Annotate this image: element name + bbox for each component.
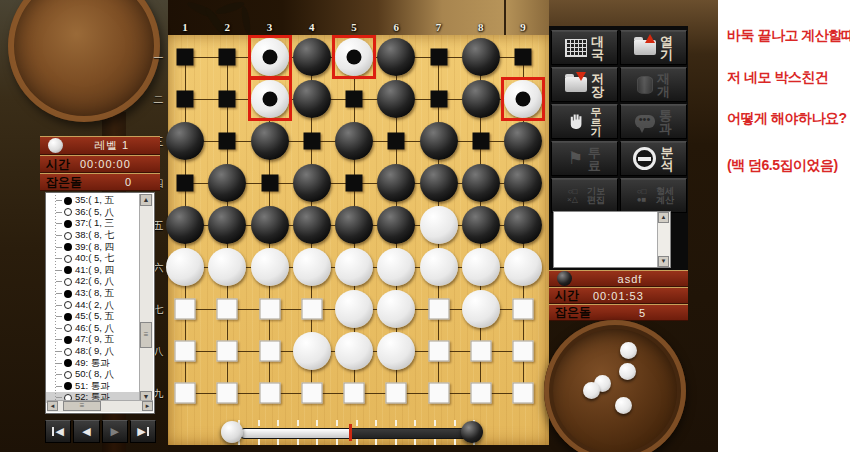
move-text: 51: 통과 bbox=[75, 381, 110, 393]
black-stone[interactable] bbox=[251, 122, 289, 160]
white-player-banner: 레벨 1 bbox=[40, 136, 160, 155]
move-text: 48:( 9, 八 bbox=[75, 346, 114, 358]
chat-scrollbar[interactable]: ▲ ▼ bbox=[657, 212, 670, 267]
last-move-button[interactable]: ▶ bbox=[130, 420, 156, 443]
black-stone[interactable] bbox=[166, 122, 204, 160]
annotation-line-2: 저 네모 박스친건 bbox=[727, 69, 828, 87]
white-territory-marker[interactable] bbox=[259, 383, 280, 404]
black-stone[interactable] bbox=[462, 80, 500, 118]
move-list-item[interactable]: 43:( 8, 五 bbox=[46, 288, 141, 300]
white-territory-marker[interactable] bbox=[259, 299, 280, 320]
black-move-stone-icon bbox=[64, 266, 72, 274]
white-move-stone-icon bbox=[64, 255, 72, 263]
red-annotation-box bbox=[501, 77, 545, 121]
move-text: 38:( 8, 七 bbox=[75, 230, 114, 242]
move-text: 41:( 9, 四 bbox=[75, 265, 114, 277]
captured-white-stone bbox=[620, 342, 637, 359]
black-territory-marker[interactable] bbox=[430, 91, 447, 108]
black-time-value: 00:01:53 bbox=[593, 290, 644, 302]
game-button[interactable]: 대국 bbox=[551, 30, 618, 65]
white-move-stone-icon bbox=[64, 324, 72, 332]
move-text: 49: 통과 bbox=[75, 357, 110, 369]
button-label: 통과 bbox=[659, 109, 673, 135]
white-territory-marker[interactable] bbox=[513, 299, 534, 320]
move-list-item[interactable]: 36:( 5, 八 bbox=[46, 207, 141, 219]
button-label: 열기 bbox=[660, 35, 674, 61]
black-territory-marker[interactable] bbox=[346, 91, 363, 108]
white-stone[interactable] bbox=[420, 206, 458, 244]
white-territory-marker[interactable] bbox=[428, 299, 449, 320]
move-text: 46:( 5, 八 bbox=[75, 323, 114, 335]
black-territory-marker[interactable] bbox=[472, 133, 489, 150]
white-stone[interactable] bbox=[166, 248, 204, 286]
captured-white-stone bbox=[583, 382, 600, 399]
move-list-item[interactable]: 42:( 6, 八 bbox=[46, 276, 141, 288]
move-list[interactable]: 35:( 1, 五36:( 5, 八37:( 1, 三38:( 8, 七39:(… bbox=[46, 195, 141, 403]
white-move-stone-icon bbox=[64, 208, 72, 216]
tree-dash bbox=[56, 305, 62, 306]
column-label: 2 bbox=[225, 21, 231, 33]
column-label: 7 bbox=[436, 21, 442, 33]
black-player-name: asdf bbox=[618, 273, 643, 285]
button-label: 무르기 bbox=[590, 107, 602, 137]
scroll-left-icon[interactable]: ◄ bbox=[47, 401, 58, 411]
folder-save-icon bbox=[565, 77, 587, 92]
white-move-stone-icon bbox=[64, 278, 72, 286]
white-time-value: 00:00:00 bbox=[80, 158, 131, 170]
tree-dash bbox=[56, 200, 62, 201]
move-list-item[interactable]: 38:( 8, 七 bbox=[46, 230, 141, 242]
white-territory-marker[interactable] bbox=[217, 383, 238, 404]
move-list-item[interactable]: 50:( 8, 八 bbox=[46, 369, 141, 381]
move-list-item[interactable]: 45:( 5, 五 bbox=[46, 311, 141, 323]
white-stone[interactable] bbox=[335, 290, 373, 328]
black-stone[interactable] bbox=[208, 164, 246, 202]
tree-dash bbox=[56, 212, 62, 213]
tree-dash bbox=[56, 247, 62, 248]
black-territory-marker[interactable] bbox=[219, 133, 236, 150]
red-annotation-box bbox=[248, 77, 292, 121]
tree-dash bbox=[56, 397, 62, 398]
black-stone[interactable] bbox=[462, 206, 500, 244]
button-label: 대국 bbox=[591, 35, 605, 61]
black-stone[interactable] bbox=[293, 206, 331, 244]
black-territory-marker[interactable] bbox=[261, 175, 278, 192]
black-territory-marker[interactable] bbox=[346, 175, 363, 192]
black-move-stone-icon bbox=[64, 220, 72, 228]
black-stone[interactable] bbox=[377, 80, 415, 118]
move-list-item[interactable]: 49: 통과 bbox=[46, 357, 141, 369]
tree-dash bbox=[56, 374, 62, 375]
tree-dash bbox=[56, 386, 62, 387]
move-text: 39:( 8, 四 bbox=[75, 241, 114, 253]
tree-dash bbox=[56, 328, 62, 329]
white-territory-marker[interactable] bbox=[513, 341, 534, 362]
black-stone[interactable] bbox=[377, 164, 415, 202]
white-territory-marker[interactable] bbox=[301, 383, 322, 404]
move-text: 42:( 6, 八 bbox=[75, 276, 114, 288]
black-stone[interactable] bbox=[504, 164, 542, 202]
white-stone[interactable] bbox=[293, 248, 331, 286]
red-annotation-box bbox=[248, 35, 292, 79]
resume-button: 재개 bbox=[620, 67, 687, 102]
black-captures-row: 잡은돌 5 bbox=[549, 304, 688, 321]
black-move-stone-icon bbox=[64, 359, 72, 367]
black-player-banner: asdf bbox=[549, 270, 688, 287]
open-button[interactable]: 열기 bbox=[620, 30, 687, 65]
button-label: 투료 bbox=[587, 146, 601, 172]
tree-dash bbox=[56, 270, 62, 271]
move-slider-position-marker bbox=[349, 424, 352, 441]
slider-ticks-top bbox=[238, 420, 475, 426]
move-list-item[interactable]: 37:( 1, 三 bbox=[46, 218, 141, 230]
hand-icon bbox=[567, 112, 586, 131]
move-list-horizontal-scrollbar[interactable]: ◄ ≡ ► bbox=[47, 400, 153, 412]
move-slider-white-segment bbox=[241, 429, 350, 438]
black-territory-marker[interactable] bbox=[219, 91, 236, 108]
black-stone[interactable] bbox=[335, 206, 373, 244]
white-territory-marker[interactable] bbox=[259, 341, 280, 362]
move-list-box: 35:( 1, 五36:( 5, 八37:( 1, 三38:( 8, 七39:(… bbox=[45, 192, 155, 414]
white-stone[interactable] bbox=[335, 332, 373, 370]
black-move-stone-icon bbox=[64, 336, 72, 344]
next-move-button: ▶ bbox=[102, 420, 128, 443]
tree-dash bbox=[56, 363, 62, 364]
action-buttons: 대국열기저장재개무르기•••통과⚑투료분석○□×△기보편집○□●■형세계산 bbox=[551, 30, 687, 215]
black-stone[interactable] bbox=[377, 206, 415, 244]
tree-dash bbox=[56, 339, 62, 340]
white-stone[interactable] bbox=[335, 248, 373, 286]
white-move-stone-icon bbox=[64, 348, 72, 356]
white-territory-marker[interactable] bbox=[175, 383, 196, 404]
cylinder-icon bbox=[637, 76, 653, 94]
white-territory-marker[interactable] bbox=[301, 299, 322, 320]
white-stone[interactable] bbox=[251, 248, 289, 286]
circle-minus-icon bbox=[633, 147, 656, 170]
black-stone[interactable] bbox=[420, 164, 458, 202]
move-text: 36:( 5, 八 bbox=[75, 207, 114, 219]
move-list-item[interactable]: 51: 통과 bbox=[46, 381, 141, 393]
column-label: 3 bbox=[267, 21, 273, 33]
white-captures-label: 잡은돌 bbox=[40, 174, 82, 191]
black-stone[interactable] bbox=[293, 164, 331, 202]
column-label: 6 bbox=[394, 21, 400, 33]
button-label: 재개 bbox=[657, 72, 671, 98]
move-list-item[interactable]: 41:( 9, 四 bbox=[46, 265, 141, 277]
row-label: 一 bbox=[150, 51, 167, 65]
button-label: 기보편집 bbox=[586, 187, 606, 205]
white-territory-marker[interactable] bbox=[217, 341, 238, 362]
scroll-up-icon[interactable]: ▲ bbox=[140, 194, 152, 206]
prev-move-button[interactable]: ◀ bbox=[73, 420, 99, 443]
scrollbar-thumb-horizontal[interactable]: ≡ bbox=[63, 401, 101, 411]
annotation-line-4: (백 덤6.5집이었음) bbox=[727, 157, 838, 175]
move-text: 37:( 1, 三 bbox=[75, 218, 114, 230]
tree-dash bbox=[56, 281, 62, 282]
black-territory-marker[interactable] bbox=[515, 49, 532, 66]
black-time-label: 시간 bbox=[549, 287, 579, 304]
save-button[interactable]: 저장 bbox=[551, 67, 618, 102]
undo-button[interactable]: 무르기 bbox=[551, 104, 618, 139]
black-stone[interactable] bbox=[420, 122, 458, 160]
black-territory-marker[interactable] bbox=[430, 49, 447, 66]
move-text: 43:( 8, 五 bbox=[75, 288, 114, 300]
column-label: 4 bbox=[309, 21, 315, 33]
black-stone[interactable] bbox=[293, 38, 331, 76]
white-territory-marker[interactable] bbox=[470, 341, 491, 362]
scroll-right-icon[interactable]: ► bbox=[142, 401, 153, 411]
move-list-item[interactable]: 39:( 8, 四 bbox=[46, 241, 141, 253]
white-stone[interactable] bbox=[462, 248, 500, 286]
black-move-stone-icon bbox=[64, 313, 72, 321]
white-player-label: 레벨 1 bbox=[94, 138, 129, 153]
go-board-grid[interactable] bbox=[168, 35, 549, 445]
white-stone[interactable] bbox=[504, 248, 542, 286]
white-stone[interactable] bbox=[420, 248, 458, 286]
go-client-window: 123456789 一二三四五六七八九 레벨 1 시간 00:00:00 잡은돌… bbox=[0, 0, 850, 452]
red-annotation-box bbox=[332, 35, 376, 79]
white-move-stone-icon bbox=[64, 301, 72, 309]
white-territory-marker[interactable] bbox=[386, 383, 407, 404]
chat-box[interactable]: ▲ ▼ bbox=[553, 211, 671, 268]
black-stone[interactable] bbox=[462, 38, 500, 76]
analysis-button[interactable]: 분석 bbox=[620, 141, 687, 176]
move-list-item[interactable]: 35:( 1, 五 bbox=[46, 195, 141, 207]
move-text: 40:( 5, 七 bbox=[75, 253, 114, 265]
captured-white-stone bbox=[619, 363, 636, 380]
tree-dash bbox=[56, 316, 62, 317]
white-territory-marker[interactable] bbox=[428, 341, 449, 362]
flag-icon: ⚑ bbox=[568, 150, 583, 167]
column-label: 1 bbox=[182, 21, 188, 33]
move-list-item[interactable]: 48:( 9, 八 bbox=[46, 346, 141, 358]
white-stone[interactable] bbox=[208, 248, 246, 286]
tree-dash bbox=[56, 223, 62, 224]
move-list-item[interactable]: 46:( 5, 八 bbox=[46, 323, 141, 335]
black-territory-marker[interactable] bbox=[303, 133, 320, 150]
slider-black-stone-handle[interactable] bbox=[461, 421, 483, 443]
black-territory-marker[interactable] bbox=[177, 175, 194, 192]
board-grid-icon bbox=[565, 39, 587, 57]
row-label: 二 bbox=[150, 93, 167, 107]
tree-dash bbox=[56, 351, 62, 352]
black-player-capture-bowl bbox=[544, 320, 686, 452]
white-stone[interactable] bbox=[293, 332, 331, 370]
scrollbar-thumb[interactable]: ≡ bbox=[140, 322, 152, 348]
black-move-stone-icon bbox=[64, 197, 72, 205]
black-stone[interactable] bbox=[251, 206, 289, 244]
white-stone[interactable] bbox=[462, 290, 500, 328]
black-stone[interactable] bbox=[377, 38, 415, 76]
shapes-calc-icon: ○□●■ bbox=[632, 188, 651, 204]
pass-button: •••통과 bbox=[620, 104, 687, 139]
white-move-stone-icon bbox=[64, 371, 72, 379]
black-captures-label: 잡은돌 bbox=[549, 304, 591, 321]
slider-ticks-bottom bbox=[238, 439, 475, 445]
first-move-button[interactable]: ◀ bbox=[45, 420, 71, 443]
white-stone[interactable] bbox=[377, 290, 415, 328]
move-list-item[interactable]: 40:( 5, 七 bbox=[46, 253, 141, 265]
black-stone[interactable] bbox=[462, 164, 500, 202]
white-captures-row: 잡은돌 0 bbox=[40, 173, 160, 191]
move-text: 35:( 1, 五 bbox=[75, 195, 114, 207]
button-label: 분석 bbox=[660, 146, 674, 172]
annotation-line-3: 어떻게 해야하나요? bbox=[727, 110, 846, 128]
column-label: 8 bbox=[478, 21, 484, 33]
white-territory-marker[interactable] bbox=[175, 341, 196, 362]
column-label: 9 bbox=[520, 21, 526, 33]
white-territory-marker[interactable] bbox=[470, 383, 491, 404]
white-stone-icon bbox=[48, 138, 63, 153]
black-stone[interactable] bbox=[293, 80, 331, 118]
estimate-button: ○□●■형세계산 bbox=[620, 178, 687, 213]
speech-bubble-icon: ••• bbox=[635, 115, 655, 128]
black-move-stone-icon bbox=[64, 243, 72, 251]
black-stone[interactable] bbox=[504, 122, 542, 160]
white-territory-marker[interactable] bbox=[175, 299, 196, 320]
tree-dash bbox=[56, 293, 62, 294]
annotation-line-1: 바둑 끝나고 계산할때 bbox=[727, 27, 850, 45]
white-captures-value: 0 bbox=[125, 176, 132, 188]
move-navigation-bar: ◀◀▶▶ bbox=[45, 420, 156, 443]
button-label: 저장 bbox=[591, 72, 605, 98]
resign-button: ⚑투료 bbox=[551, 141, 618, 176]
move-text: 44:( 2, 八 bbox=[75, 299, 114, 311]
white-stone[interactable] bbox=[377, 332, 415, 370]
black-territory-marker[interactable] bbox=[388, 133, 405, 150]
column-label: 5 bbox=[351, 21, 357, 33]
black-territory-marker[interactable] bbox=[177, 49, 194, 66]
tree-dash bbox=[56, 258, 62, 259]
move-list-item[interactable]: 47:( 9, 五 bbox=[46, 334, 141, 346]
move-text: 50:( 8, 八 bbox=[75, 369, 114, 381]
board-column-labels: 123456789 bbox=[168, 21, 549, 35]
chat-scroll-down-icon[interactable]: ▼ bbox=[658, 256, 669, 267]
white-stone[interactable] bbox=[377, 248, 415, 286]
edit-record-button: ○□×△기보편집 bbox=[551, 178, 618, 213]
captured-white-stone bbox=[615, 397, 632, 414]
white-territory-marker[interactable] bbox=[513, 383, 534, 404]
black-territory-marker[interactable] bbox=[219, 49, 236, 66]
move-list-item[interactable]: 44:( 2, 八 bbox=[46, 299, 141, 311]
black-move-stone-icon bbox=[64, 290, 72, 298]
chat-scroll-up-icon[interactable]: ▲ bbox=[658, 212, 669, 223]
tree-line bbox=[55, 195, 56, 403]
white-time-label: 시간 bbox=[40, 156, 70, 173]
white-territory-marker[interactable] bbox=[217, 299, 238, 320]
white-territory-marker[interactable] bbox=[428, 383, 449, 404]
move-text: 47:( 9, 五 bbox=[75, 334, 114, 346]
annotation-panel: 바둑 끝나고 계산할때 저 네모 박스친건 어떻게 해야하나요? (백 덤6.5… bbox=[718, 0, 850, 452]
black-stone[interactable] bbox=[504, 206, 542, 244]
folder-open-icon bbox=[634, 40, 656, 55]
black-stone-icon bbox=[557, 271, 572, 286]
black-captures-value: 5 bbox=[639, 307, 646, 319]
black-stone[interactable] bbox=[166, 206, 204, 244]
slider-white-stone-handle[interactable] bbox=[221, 421, 243, 443]
black-stone[interactable] bbox=[208, 206, 246, 244]
white-time-row: 시간 00:00:00 bbox=[40, 155, 160, 173]
black-territory-marker[interactable] bbox=[177, 91, 194, 108]
black-move-stone-icon bbox=[64, 382, 72, 390]
shapes-edit-icon: ○□×△ bbox=[563, 188, 582, 204]
white-move-stone-icon bbox=[64, 232, 72, 240]
move-list-vertical-scrollbar[interactable]: ▲ ≡ ▼ bbox=[139, 194, 153, 403]
button-label: 형세계산 bbox=[655, 187, 675, 205]
tree-dash bbox=[56, 235, 62, 236]
black-stone[interactable] bbox=[335, 122, 373, 160]
white-territory-marker[interactable] bbox=[344, 383, 365, 404]
move-text: 45:( 5, 五 bbox=[75, 311, 114, 323]
black-time-row: 시간 00:01:53 bbox=[549, 287, 688, 304]
